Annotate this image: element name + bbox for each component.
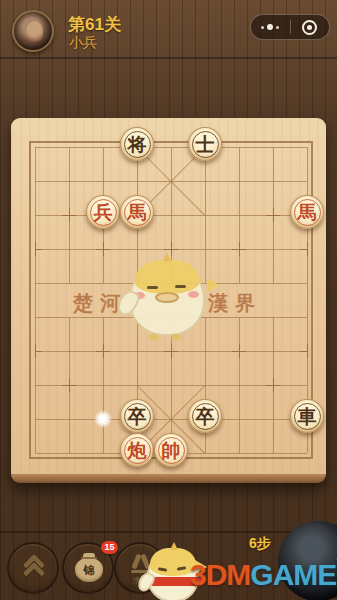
close-button[interactable] xyxy=(291,15,330,39)
piece-red-general[interactable]: 帥 xyxy=(154,433,188,467)
point-marker xyxy=(300,242,314,256)
expand-button[interactable] xyxy=(7,542,59,594)
piece-black-chariot[interactable]: 車 xyxy=(290,399,324,433)
point-marker xyxy=(232,242,246,256)
piece-black-advisor[interactable]: 士 xyxy=(188,127,222,161)
point-marker xyxy=(96,242,110,256)
player-name: 小兵 xyxy=(69,34,97,52)
piece-glyph: 卒 xyxy=(128,407,147,426)
point-marker xyxy=(28,242,42,256)
wood-seam xyxy=(0,57,337,59)
level-title: 第61关 xyxy=(68,13,121,36)
target-circle-icon xyxy=(302,20,317,35)
piece-glyph: 炮 xyxy=(128,441,147,460)
xiangqi-board[interactable]: 楚河 漢界 将士兵馬馬卒卒車炮帥 xyxy=(11,118,326,483)
piece-glyph: 車 xyxy=(298,407,317,426)
more-button[interactable] xyxy=(251,15,290,39)
piece-black-general[interactable]: 将 xyxy=(120,127,154,161)
piece-glyph: 兵 xyxy=(94,203,113,222)
avatar[interactable] xyxy=(12,10,54,52)
piece-black-soldier[interactable]: 卒 xyxy=(188,399,222,433)
piece-glyph: 卒 xyxy=(196,407,215,426)
chick-mascot-river xyxy=(121,250,215,344)
hint-bag-button[interactable]: 锦 15 xyxy=(62,542,114,594)
three-dots-icon xyxy=(261,24,279,30)
step-counter: 6步 xyxy=(249,535,271,553)
piece-glyph: 馬 xyxy=(298,203,317,222)
point-marker xyxy=(300,344,314,358)
point-marker xyxy=(62,378,76,392)
point-marker xyxy=(96,344,110,358)
app-screen: 第61关 小兵 楚河 漢界 xyxy=(0,0,337,600)
miniprogram-capsule xyxy=(250,14,330,40)
piece-glyph: 馬 xyxy=(128,203,147,222)
piece-black-soldier[interactable]: 卒 xyxy=(120,399,154,433)
river-label-right: 漢界 xyxy=(208,290,262,317)
piece-red-soldier[interactable]: 兵 xyxy=(86,195,120,229)
piece-glyph: 将 xyxy=(128,135,147,154)
piece-red-cannon[interactable]: 炮 xyxy=(120,433,154,467)
point-marker xyxy=(232,344,246,358)
point-marker xyxy=(164,344,178,358)
point-marker xyxy=(62,208,76,222)
piece-red-horse[interactable]: 馬 xyxy=(290,195,324,229)
money-bag-icon: 锦 xyxy=(75,558,103,582)
point-marker xyxy=(28,344,42,358)
piece-glyph: 士 xyxy=(196,135,215,154)
board-edge xyxy=(11,474,326,483)
move-hint-dot[interactable] xyxy=(94,410,112,428)
watermark: 3DMGAME™ xyxy=(190,558,337,592)
point-marker xyxy=(266,208,280,222)
hint-count-badge: 15 xyxy=(101,541,118,554)
piece-red-horse[interactable]: 馬 xyxy=(120,195,154,229)
point-marker xyxy=(266,378,280,392)
piece-glyph: 帥 xyxy=(162,441,181,460)
wood-seam xyxy=(0,531,337,533)
